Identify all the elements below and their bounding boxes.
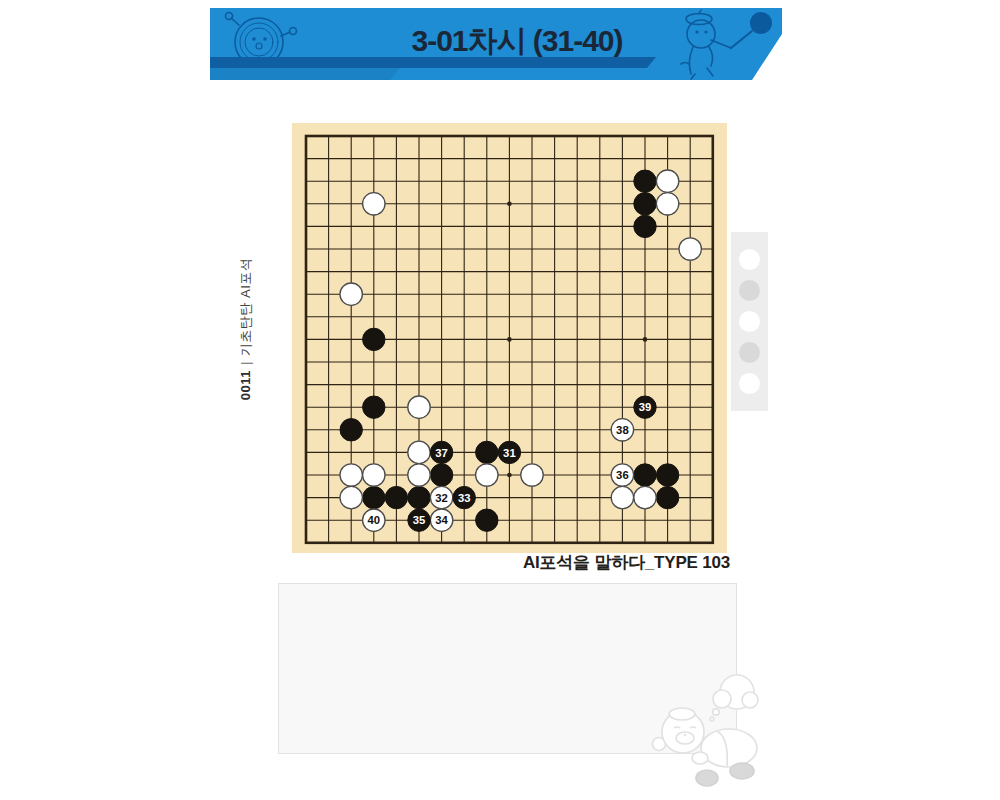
svg-text:37: 37: [435, 447, 448, 459]
lesson-banner: 3-01차시 (31-40): [210, 8, 782, 80]
board-caption: AI포석을 말하다_TYPE 103: [430, 551, 730, 574]
star-point: [507, 473, 512, 478]
svg-text:35: 35: [413, 514, 426, 526]
move-stone-31: 31: [498, 441, 520, 463]
banner-stripe: [210, 57, 656, 68]
black-stone: [476, 509, 498, 531]
black-stone: [363, 486, 385, 508]
series-title: 기초탄탄 AI포석: [238, 258, 253, 356]
white-stone: [340, 283, 362, 305]
star-point: [643, 337, 648, 342]
move-stone-35: 35: [408, 509, 430, 531]
white-stone: [408, 396, 430, 418]
move-stone-38: 38: [611, 419, 633, 441]
sleeping-mascot-icon: [643, 668, 771, 790]
svg-text:32: 32: [435, 492, 448, 504]
white-stone: [611, 486, 633, 508]
black-stone: [363, 328, 385, 350]
move-stone-34: 34: [430, 509, 452, 531]
black-stone: [634, 193, 656, 215]
white-stone: [340, 464, 362, 486]
strip-stone-circle: [739, 280, 760, 301]
black-stone: [363, 396, 385, 418]
black-stone: [385, 486, 407, 508]
black-stone: [430, 464, 452, 486]
white-stone: [476, 464, 498, 486]
black-stone: [634, 170, 656, 192]
go-board: 31323334353637383940: [292, 123, 727, 553]
white-stone: [656, 193, 678, 215]
painter-mascot-icon: [651, 4, 776, 82]
svg-text:40: 40: [368, 514, 381, 526]
white-stone: [408, 464, 430, 486]
move-stone-32: 32: [430, 486, 452, 508]
white-stone: [634, 486, 656, 508]
svg-text:39: 39: [639, 401, 652, 413]
lesson-code-label: 0011|기초탄탄 AI포석: [237, 258, 255, 401]
move-stone-33: 33: [453, 486, 475, 508]
lesson-code: 0011: [238, 370, 253, 400]
white-stone: [679, 238, 701, 260]
strip-stone-circle: [739, 311, 760, 332]
white-stone: [340, 486, 362, 508]
white-stone: [363, 193, 385, 215]
black-stone: [408, 486, 430, 508]
svg-text:33: 33: [458, 492, 471, 504]
black-stone: [634, 215, 656, 237]
go-board-svg: 31323334353637383940: [292, 123, 727, 553]
black-stone: [476, 441, 498, 463]
workbook-page: 3-01차시 (31-40) 0011|기초탄탄 AI포석 3132333435…: [0, 0, 1000, 800]
move-stone-39: 39: [634, 396, 656, 418]
white-stone: [363, 464, 385, 486]
svg-text:36: 36: [616, 469, 629, 481]
move-stone-40: 40: [363, 509, 385, 531]
white-stone: [521, 464, 543, 486]
svg-text:31: 31: [503, 447, 516, 459]
banner-seam: [210, 68, 400, 80]
black-stone: [656, 464, 678, 486]
white-stone: [656, 170, 678, 192]
label-separator: |: [238, 361, 253, 365]
strip-stone-circle: [739, 342, 760, 363]
move-stone-36: 36: [611, 464, 633, 486]
white-stone: [408, 441, 430, 463]
svg-text:38: 38: [616, 424, 629, 436]
black-stone: [340, 419, 362, 441]
black-stone: [656, 486, 678, 508]
move-stone-37: 37: [430, 441, 452, 463]
strip-stone-circle: [739, 249, 760, 270]
svg-text:34: 34: [435, 514, 448, 526]
star-point: [507, 337, 512, 342]
star-point: [507, 202, 512, 207]
stone-tray-strip: [731, 232, 768, 411]
black-stone: [634, 464, 656, 486]
strip-stone-circle: [739, 373, 760, 394]
